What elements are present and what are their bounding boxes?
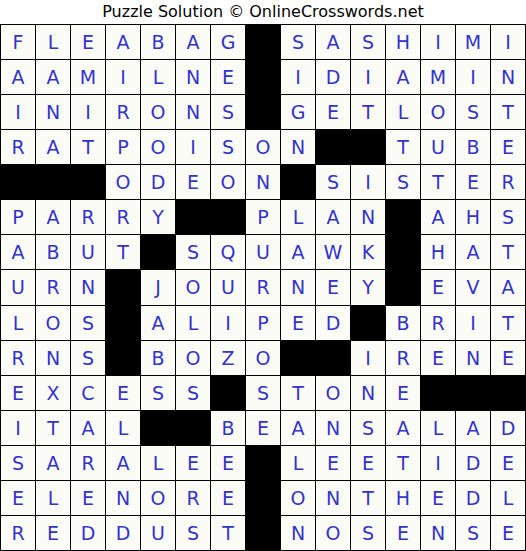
letter-cell: N [281, 270, 315, 304]
letter-cell: G [211, 25, 245, 59]
letter-cell: I [351, 341, 385, 375]
letter-cell: E [316, 95, 350, 129]
letter-cell: S [211, 95, 245, 129]
letter-cell: R [71, 446, 105, 480]
letter-cell: S [351, 411, 385, 445]
letter-cell: S [1, 446, 35, 480]
letter-cell: N [36, 95, 70, 129]
letter-cell: R [176, 481, 210, 515]
letter-cell: E [71, 481, 105, 515]
letter-cell: U [71, 235, 105, 269]
letter-cell: N [71, 270, 105, 304]
block-cell [281, 341, 315, 375]
block-cell [141, 411, 175, 445]
letter-cell: D [141, 165, 175, 199]
letter-cell: Z [211, 341, 245, 375]
letter-cell: A [281, 411, 315, 445]
letter-cell: E [211, 60, 245, 94]
block-cell [106, 270, 140, 304]
letter-cell: B [36, 235, 70, 269]
block-cell [71, 165, 105, 199]
letter-cell: Y [141, 200, 175, 234]
block-cell [281, 165, 315, 199]
block-cell [141, 235, 175, 269]
letter-cell: N [246, 165, 280, 199]
letter-cell: I [106, 60, 140, 94]
letter-cell: E [1, 481, 35, 515]
letter-cell: L [141, 60, 175, 94]
title-bar: Puzzle Solution © OnlineCrosswords.net [0, 0, 526, 24]
letter-cell: I [351, 60, 385, 94]
letter-cell: I [71, 95, 105, 129]
letter-cell: H [386, 481, 420, 515]
letter-cell: P [246, 306, 280, 340]
block-cell [106, 341, 140, 375]
letter-cell: E [456, 165, 490, 199]
letter-cell: P [106, 130, 140, 164]
letter-cell: S [491, 200, 525, 234]
letter-cell: T [491, 95, 525, 129]
block-cell [211, 376, 245, 410]
letter-cell: Q [211, 235, 245, 269]
letter-cell: O [106, 165, 140, 199]
letter-cell: I [176, 130, 210, 164]
letter-cell: D [456, 446, 490, 480]
letter-cell: U [421, 130, 455, 164]
letter-cell: S [211, 130, 245, 164]
letter-cell: S [71, 306, 105, 340]
letter-cell: T [386, 446, 420, 480]
letter-cell: E [386, 516, 420, 550]
letter-cell: O [316, 376, 350, 410]
letter-cell: T [491, 306, 525, 340]
letter-cell: T [351, 95, 385, 129]
letter-cell: L [386, 95, 420, 129]
block-cell [36, 165, 70, 199]
block-cell [351, 306, 385, 340]
letter-cell: X [36, 376, 70, 410]
page-title: Puzzle Solution © OnlineCrosswords.net [102, 0, 424, 24]
letter-cell: L [281, 446, 315, 480]
letter-cell: U [141, 516, 175, 550]
letter-cell: L [421, 411, 455, 445]
letter-cell: S [176, 516, 210, 550]
letter-cell: R [106, 95, 140, 129]
block-cell [211, 200, 245, 234]
letter-cell: N [351, 200, 385, 234]
letter-cell: R [246, 270, 280, 304]
letter-cell: A [1, 60, 35, 94]
letter-cell: R [71, 200, 105, 234]
block-cell [316, 341, 350, 375]
letter-cell: V [456, 270, 490, 304]
crossword-grid: FLEABAGSASHIMIAAMILNEIDIAMININIRONSGETLO… [0, 24, 526, 551]
letter-cell: R [386, 341, 420, 375]
letter-cell: R [106, 200, 140, 234]
block-cell [246, 25, 280, 59]
letter-cell: U [1, 270, 35, 304]
letter-cell: R [1, 341, 35, 375]
letter-cell: R [36, 270, 70, 304]
letter-cell: E [176, 165, 210, 199]
letter-cell: O [211, 165, 245, 199]
block-cell [491, 376, 525, 410]
letter-cell: M [421, 60, 455, 94]
letter-cell: E [386, 376, 420, 410]
letter-cell: A [36, 200, 70, 234]
letter-cell: L [141, 446, 175, 480]
letter-cell: D [316, 306, 350, 340]
puzzle-solution-page: Puzzle Solution © OnlineCrosswords.net F… [0, 0, 526, 551]
block-cell [316, 130, 350, 164]
letter-cell: N [176, 95, 210, 129]
letter-cell: I [281, 60, 315, 94]
letter-cell: D [71, 516, 105, 550]
block-cell [386, 200, 420, 234]
letter-cell: E [421, 270, 455, 304]
letter-cell: L [281, 200, 315, 234]
letter-cell: O [176, 270, 210, 304]
letter-cell: E [211, 446, 245, 480]
letter-cell: N [281, 516, 315, 550]
letter-cell: E [246, 411, 280, 445]
letter-cell: A [36, 446, 70, 480]
letter-cell: T [211, 516, 245, 550]
letter-cell: F [1, 25, 35, 59]
letter-cell: S [141, 376, 175, 410]
letter-cell: B [456, 130, 490, 164]
letter-cell: N [36, 341, 70, 375]
letter-cell: L [36, 25, 70, 59]
letter-cell: D [106, 516, 140, 550]
letter-cell: O [141, 481, 175, 515]
letter-cell: I [491, 25, 525, 59]
block-cell [106, 306, 140, 340]
letter-cell: L [106, 411, 140, 445]
letter-cell: O [246, 341, 280, 375]
letter-cell: R [421, 306, 455, 340]
letter-cell: J [141, 270, 175, 304]
letter-cell: O [141, 95, 175, 129]
letter-cell: N [281, 130, 315, 164]
block-cell [351, 130, 385, 164]
letter-cell: P [246, 200, 280, 234]
letter-cell: T [351, 481, 385, 515]
letter-cell: E [176, 446, 210, 480]
letter-cell: N [421, 516, 455, 550]
letter-cell: E [491, 516, 525, 550]
letter-cell: A [456, 411, 490, 445]
letter-cell: D [456, 481, 490, 515]
block-cell [246, 446, 280, 480]
letter-cell: S [176, 235, 210, 269]
letter-cell: A [141, 306, 175, 340]
letter-cell: I [421, 25, 455, 59]
letter-cell: T [421, 165, 455, 199]
letter-cell: O [246, 130, 280, 164]
letter-cell: K [351, 235, 385, 269]
letter-cell: E [71, 25, 105, 59]
letter-cell: A [1, 235, 35, 269]
letter-cell: T [71, 130, 105, 164]
letter-cell: M [71, 60, 105, 94]
letter-cell: I [1, 411, 35, 445]
letter-cell: P [1, 200, 35, 234]
letter-cell: S [456, 516, 490, 550]
letter-cell: Y [351, 270, 385, 304]
block-cell [421, 376, 455, 410]
letter-cell: T [36, 411, 70, 445]
letter-cell: D [316, 60, 350, 94]
letter-cell: I [456, 60, 490, 94]
letter-cell: N [351, 376, 385, 410]
block-cell [176, 200, 210, 234]
letter-cell: A [281, 235, 315, 269]
letter-cell: M [456, 25, 490, 59]
letter-cell: N [456, 341, 490, 375]
letter-cell: A [36, 130, 70, 164]
letter-cell: S [351, 25, 385, 59]
letter-cell: B [141, 25, 175, 59]
letter-cell: O [36, 306, 70, 340]
block-cell [246, 516, 280, 550]
letter-cell: I [421, 446, 455, 480]
block-cell [176, 411, 210, 445]
block-cell [456, 376, 490, 410]
letter-cell: H [421, 235, 455, 269]
letter-cell: S [71, 341, 105, 375]
letter-cell: S [281, 25, 315, 59]
letter-cell: L [491, 481, 525, 515]
letter-cell: E [351, 446, 385, 480]
letter-cell: L [176, 306, 210, 340]
letter-cell: E [1, 376, 35, 410]
letter-cell: S [351, 516, 385, 550]
letter-cell: U [211, 270, 245, 304]
letter-cell: D [491, 411, 525, 445]
letter-cell: A [421, 200, 455, 234]
letter-cell: H [386, 25, 420, 59]
letter-cell: O [421, 95, 455, 129]
block-cell [246, 95, 280, 129]
letter-cell: E [211, 481, 245, 515]
letter-cell: B [211, 411, 245, 445]
letter-cell: N [316, 481, 350, 515]
letter-cell: A [106, 25, 140, 59]
letter-cell: A [316, 200, 350, 234]
letter-cell: I [211, 306, 245, 340]
letter-cell: L [36, 481, 70, 515]
letter-cell: T [491, 235, 525, 269]
block-cell [386, 270, 420, 304]
letter-cell: C [71, 376, 105, 410]
letter-cell: E [491, 446, 525, 480]
letter-cell: N [491, 60, 525, 94]
letter-cell: O [141, 130, 175, 164]
letter-cell: E [421, 481, 455, 515]
block-cell [246, 60, 280, 94]
letter-cell: I [456, 306, 490, 340]
letter-cell: A [176, 25, 210, 59]
letter-cell: O [176, 341, 210, 375]
letter-cell: E [281, 306, 315, 340]
letter-cell: A [106, 446, 140, 480]
letter-cell: W [316, 235, 350, 269]
letter-cell: N [316, 411, 350, 445]
letter-cell: A [386, 411, 420, 445]
letter-cell: E [491, 130, 525, 164]
letter-cell: O [281, 481, 315, 515]
letter-cell: R [491, 165, 525, 199]
block-cell [386, 235, 420, 269]
letter-cell: R [1, 516, 35, 550]
letter-cell: I [1, 95, 35, 129]
letter-cell: B [386, 306, 420, 340]
block-cell [1, 165, 35, 199]
letter-cell: A [71, 411, 105, 445]
letter-cell: A [36, 60, 70, 94]
letter-cell: H [456, 200, 490, 234]
letter-cell: S [246, 376, 280, 410]
letter-cell: O [316, 516, 350, 550]
letter-cell: E [106, 376, 140, 410]
letter-cell: E [316, 446, 350, 480]
letter-cell: E [491, 341, 525, 375]
letter-cell: A [316, 25, 350, 59]
letter-cell: S [176, 376, 210, 410]
letter-cell: S [316, 165, 350, 199]
letter-cell: N [106, 481, 140, 515]
letter-cell: E [36, 516, 70, 550]
letter-cell: T [281, 376, 315, 410]
letter-cell: I [351, 165, 385, 199]
letter-cell: B [141, 341, 175, 375]
letter-cell: T [386, 130, 420, 164]
letter-cell: A [491, 270, 525, 304]
letter-cell: U [246, 235, 280, 269]
letter-cell: A [386, 60, 420, 94]
letter-cell: R [1, 130, 35, 164]
letter-cell: A [456, 235, 490, 269]
letter-cell: L [1, 306, 35, 340]
letter-cell: E [316, 270, 350, 304]
letter-cell: N [176, 60, 210, 94]
block-cell [246, 481, 280, 515]
letter-cell: G [281, 95, 315, 129]
letter-cell: T [106, 235, 140, 269]
letter-cell: S [456, 95, 490, 129]
letter-cell: E [421, 341, 455, 375]
letter-cell: S [386, 165, 420, 199]
